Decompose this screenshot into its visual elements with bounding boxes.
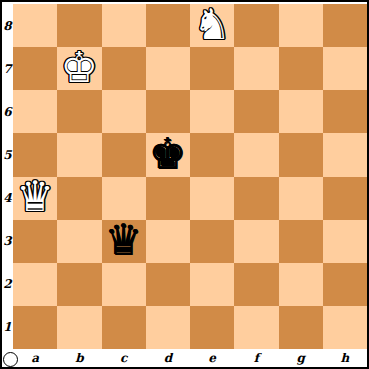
square-f5[interactable] <box>234 133 278 176</box>
square-c8[interactable] <box>102 4 146 47</box>
rank-label-4: 4 <box>2 177 13 220</box>
piece-white-knight-e8[interactable]: ♞ <box>193 4 231 46</box>
file-label-d: d <box>146 349 190 366</box>
square-h1[interactable] <box>323 306 367 349</box>
rank-label-3: 3 <box>2 220 13 263</box>
square-a7[interactable] <box>13 47 57 90</box>
square-f4[interactable] <box>234 177 278 220</box>
square-b6[interactable] <box>57 90 101 133</box>
square-g2[interactable] <box>279 263 323 306</box>
square-h3[interactable] <box>323 220 367 263</box>
square-a4[interactable]: ♛ <box>13 177 57 220</box>
file-label-h: h <box>323 349 367 366</box>
square-e1[interactable] <box>190 306 234 349</box>
rank-labels: 87654321 <box>2 4 13 349</box>
square-d7[interactable] <box>146 47 190 90</box>
square-b1[interactable] <box>57 306 101 349</box>
chess-diagram: 87654321 ♞♚♚♛♛ abcdefgh <box>0 0 369 369</box>
square-f8[interactable] <box>234 4 278 47</box>
chess-board: ♞♚♚♛♛ <box>13 4 367 349</box>
piece-black-queen-c3[interactable]: ♛ <box>105 219 143 261</box>
square-f2[interactable] <box>234 263 278 306</box>
square-e2[interactable] <box>190 263 234 306</box>
rank-label-2: 2 <box>2 263 13 306</box>
square-c6[interactable] <box>102 90 146 133</box>
square-c7[interactable] <box>102 47 146 90</box>
square-h2[interactable] <box>323 263 367 306</box>
square-e7[interactable] <box>190 47 234 90</box>
square-c5[interactable] <box>102 133 146 176</box>
square-g8[interactable] <box>279 4 323 47</box>
square-h4[interactable] <box>323 177 367 220</box>
square-d4[interactable] <box>146 177 190 220</box>
square-g5[interactable] <box>279 133 323 176</box>
square-a1[interactable] <box>13 306 57 349</box>
file-label-b: b <box>57 349 101 366</box>
square-d2[interactable] <box>146 263 190 306</box>
white-to-move-indicator <box>3 352 18 367</box>
rank-label-8: 8 <box>2 4 13 47</box>
square-g6[interactable] <box>279 90 323 133</box>
square-g7[interactable] <box>279 47 323 90</box>
square-e3[interactable] <box>190 220 234 263</box>
rank-label-1: 1 <box>2 306 13 349</box>
square-b3[interactable] <box>57 220 101 263</box>
square-f7[interactable] <box>234 47 278 90</box>
square-e6[interactable] <box>190 90 234 133</box>
square-d8[interactable] <box>146 4 190 47</box>
file-label-c: c <box>102 349 146 366</box>
square-a2[interactable] <box>13 263 57 306</box>
square-h8[interactable] <box>323 4 367 47</box>
piece-white-queen-a4[interactable]: ♛ <box>16 176 54 218</box>
square-b5[interactable] <box>57 133 101 176</box>
piece-black-king-d5[interactable]: ♚ <box>149 133 187 175</box>
square-d6[interactable] <box>146 90 190 133</box>
file-label-f: f <box>234 349 278 366</box>
square-d3[interactable] <box>146 220 190 263</box>
square-h6[interactable] <box>323 90 367 133</box>
square-h7[interactable] <box>323 47 367 90</box>
square-a8[interactable] <box>13 4 57 47</box>
square-e8[interactable]: ♞ <box>190 4 234 47</box>
square-a3[interactable] <box>13 220 57 263</box>
file-label-a: a <box>13 349 57 366</box>
rank-label-5: 5 <box>2 133 13 176</box>
square-d1[interactable] <box>146 306 190 349</box>
file-label-g: g <box>279 349 323 366</box>
square-a6[interactable] <box>13 90 57 133</box>
rank-label-6: 6 <box>2 90 13 133</box>
square-f6[interactable] <box>234 90 278 133</box>
square-g3[interactable] <box>279 220 323 263</box>
piece-white-king-b7[interactable]: ♚ <box>61 47 99 89</box>
square-h5[interactable] <box>323 133 367 176</box>
square-a5[interactable] <box>13 133 57 176</box>
square-e4[interactable] <box>190 177 234 220</box>
square-f1[interactable] <box>234 306 278 349</box>
file-label-e: e <box>190 349 234 366</box>
square-c4[interactable] <box>102 177 146 220</box>
square-g1[interactable] <box>279 306 323 349</box>
square-d5[interactable]: ♚ <box>146 133 190 176</box>
square-f3[interactable] <box>234 220 278 263</box>
square-c2[interactable] <box>102 263 146 306</box>
square-c3[interactable]: ♛ <box>102 220 146 263</box>
square-e5[interactable] <box>190 133 234 176</box>
file-labels: abcdefgh <box>13 349 367 366</box>
square-b7[interactable]: ♚ <box>57 47 101 90</box>
rank-label-7: 7 <box>2 47 13 90</box>
square-b4[interactable] <box>57 177 101 220</box>
square-g4[interactable] <box>279 177 323 220</box>
square-b8[interactable] <box>57 4 101 47</box>
square-b2[interactable] <box>57 263 101 306</box>
square-c1[interactable] <box>102 306 146 349</box>
